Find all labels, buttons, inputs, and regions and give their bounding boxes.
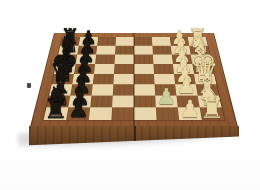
chess-set-photo: ♜♟♟♜♞♟♟♞♝♟♟♝♚♟♟♚♛♟♟♛♝♟♟♝♞♟♟♞♜♟♟♜ bbox=[0, 0, 260, 190]
black-pawn[interactable]: ♟ bbox=[68, 98, 89, 122]
white-pawn[interactable]: ♟ bbox=[179, 98, 200, 122]
white-pawn[interactable]: ♟ bbox=[157, 86, 177, 108]
black-rook[interactable]: ♜ bbox=[44, 95, 68, 122]
pieces-layer: ♜♟♟♜♞♟♟♞♝♟♟♝♚♟♟♚♛♟♟♛♝♟♟♝♞♟♟♞♜♟♟♜ bbox=[0, 0, 260, 190]
white-rook[interactable]: ♜ bbox=[200, 95, 224, 122]
white-pawn[interactable]: ♟ bbox=[177, 75, 197, 97]
